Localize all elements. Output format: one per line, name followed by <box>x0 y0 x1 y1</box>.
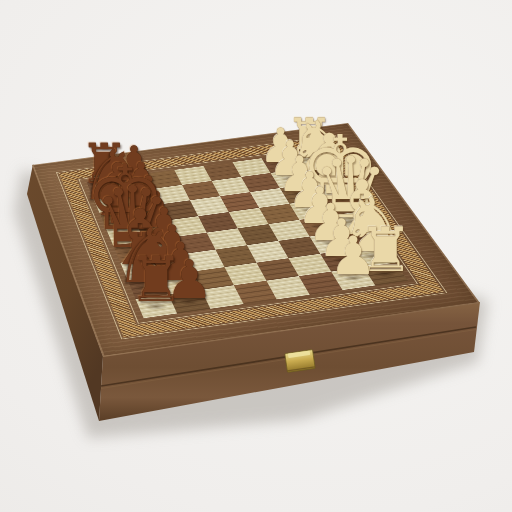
studio-backdrop: ♜♞♝♛♚♝♞♜♟♟♟♟♟♟♟♟♜♞♝♛♚♝♞♜♟♟♟♟♟♟♟♟ <box>0 0 512 512</box>
brass-latch <box>285 350 315 373</box>
